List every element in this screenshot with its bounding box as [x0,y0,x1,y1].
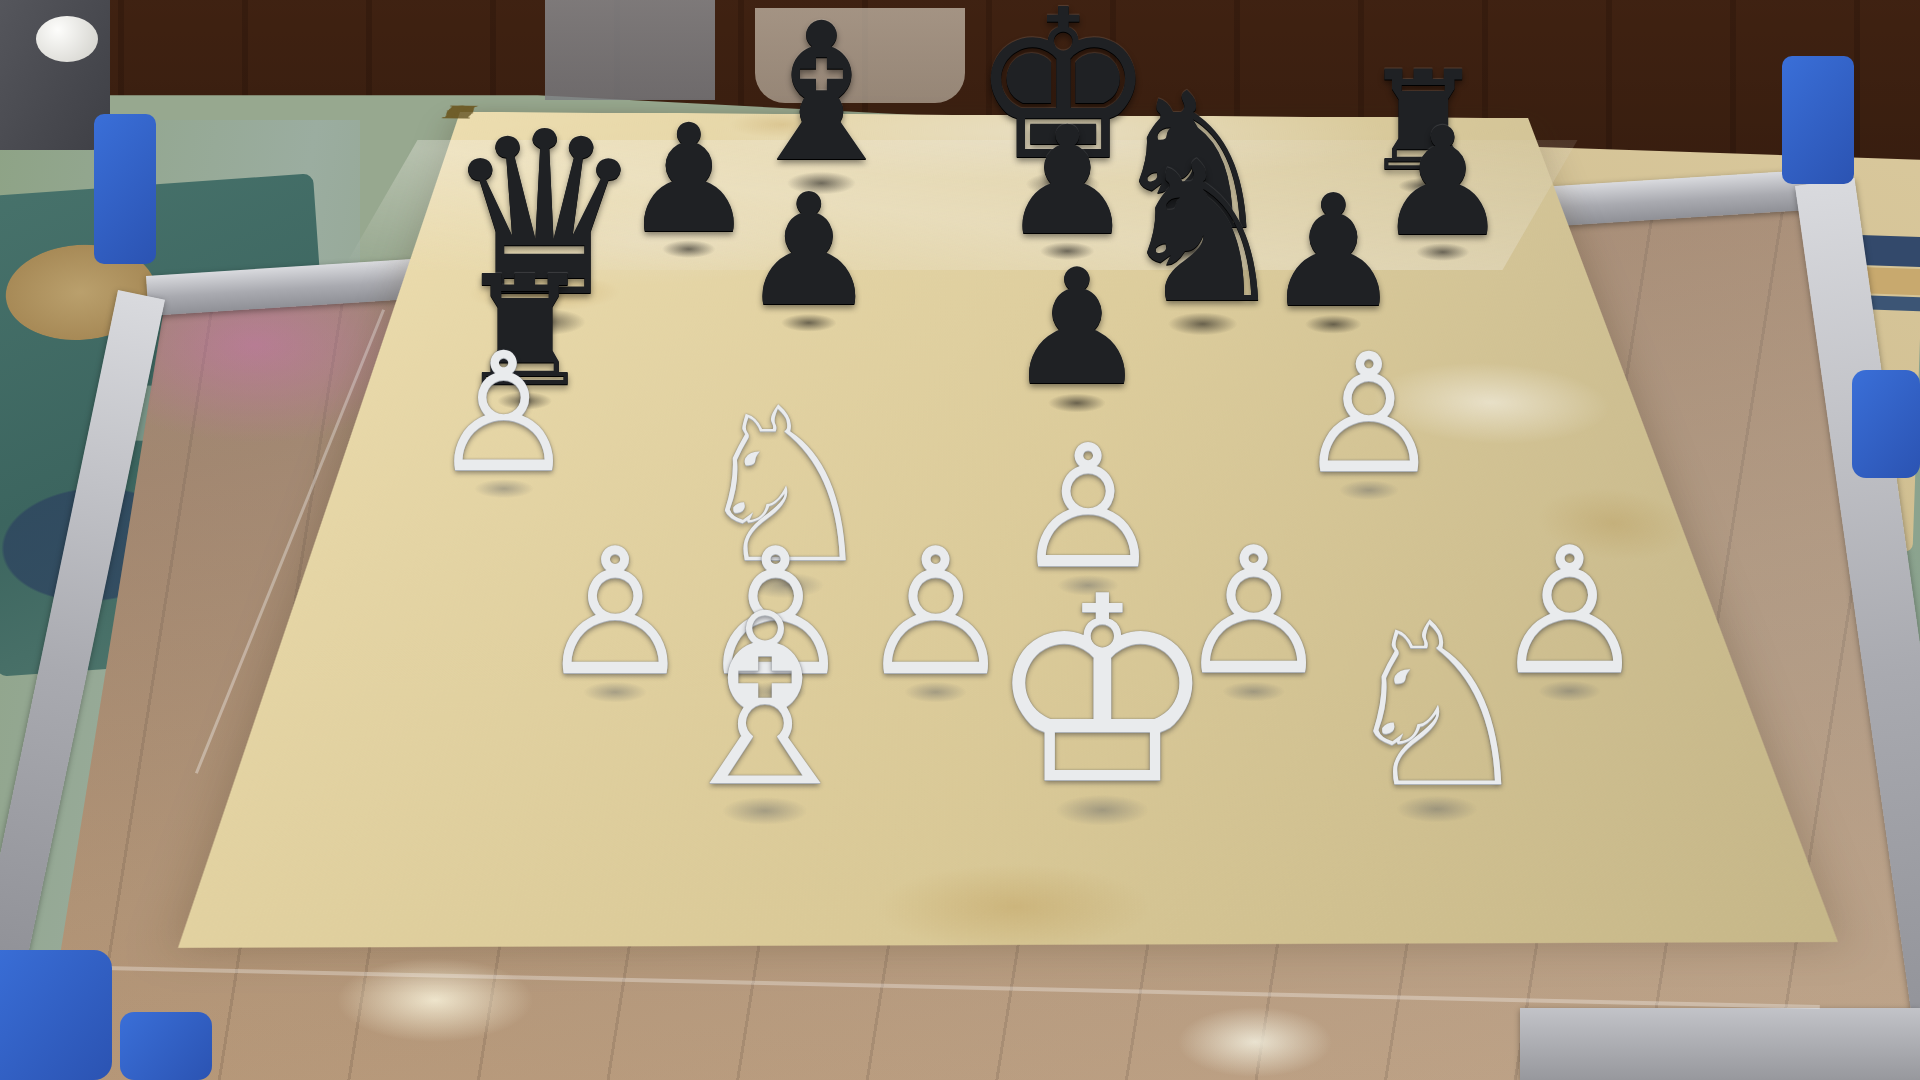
piece-black-pawn-e5[interactable]: ♟ [1005,249,1148,409]
piece-white-pawn-a4[interactable]: ♙ [430,331,578,496]
chess-table-photo: AA88BB77CC66DD55EE44FF33GG22HH11 ♝♚♜♟♟♞♟… [0,0,1920,1080]
piece-white-bishop-c1[interactable]: ♗ [659,583,872,820]
blue-bracket-left [94,114,156,264]
piece-white-king-e1[interactable]: ♔ [987,563,1218,820]
blue-object-bottom-left [0,950,112,1080]
piece-black-pawn-g6[interactable]: ♟ [1264,175,1403,330]
blue-tape-roll [1852,370,1920,478]
blue-bracket-right [1782,56,1854,184]
piece-white-knight-g1[interactable]: ♘ [1336,593,1538,819]
piece-black-pawn-c6[interactable]: ♟ [739,174,878,329]
piece-white-pawn-g4[interactable]: ♙ [1295,332,1443,497]
white-ball [36,16,98,62]
table-frame-bottom [1520,1008,1920,1080]
blue-object-bottom-left [120,1012,212,1080]
